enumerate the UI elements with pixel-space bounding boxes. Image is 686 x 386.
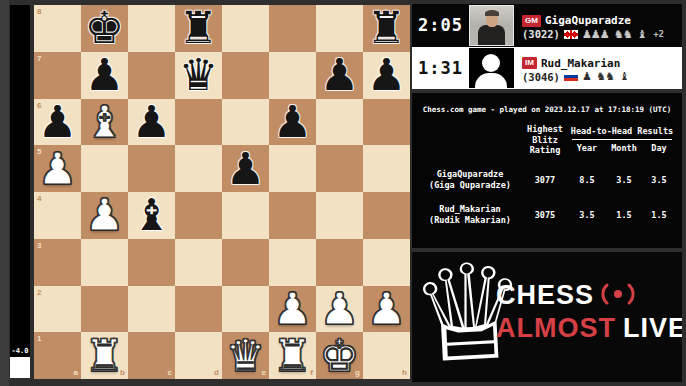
row-realname: (Giga Quparadze) [420, 180, 520, 191]
square-a5[interactable]: 5♟ [34, 145, 81, 192]
square-b8[interactable]: ♚ [81, 5, 128, 52]
square-f2[interactable]: ♟ [269, 286, 316, 333]
square-a2[interactable]: 2 [34, 286, 81, 333]
square-a1[interactable]: 1a [34, 332, 81, 379]
square-a8[interactable]: 8 [34, 5, 81, 52]
h2h-title: Head-to-Head Results [570, 126, 674, 139]
black-player-avatar [469, 5, 514, 46]
square-d8[interactable]: ♜ [175, 5, 222, 52]
eval-black-section: -4.0 [10, 5, 30, 357]
rating-header-line: Rating [520, 145, 570, 156]
black-player-meta: GM GigaQuparadze (3022) ♟♟♟ ♞♞ ♝ +2 [514, 4, 682, 47]
table-row: GigaQuparadze (Giga Quparadze) 3077 8.5 … [420, 169, 674, 191]
eval-white-section [10, 357, 30, 378]
file-label-d: d [214, 368, 219, 377]
black-captured-pieces: ♟♟♟ ♞♞ ♝ [582, 29, 649, 40]
square-d4[interactable] [175, 192, 222, 239]
rank-label-8: 8 [37, 7, 41, 16]
square-d2[interactable] [175, 286, 222, 333]
square-e7[interactable] [222, 52, 269, 99]
square-h4[interactable] [363, 192, 410, 239]
white-player-name: Rud_Makarian [541, 58, 620, 69]
row-month-score: 3.5 [604, 175, 644, 185]
square-g5[interactable] [316, 145, 363, 192]
white-rook[interactable]: ♜ [81, 332, 128, 379]
square-f5[interactable] [269, 145, 316, 192]
russia-flag-icon [564, 72, 578, 81]
white-pawn[interactable]: ♟ [316, 286, 363, 333]
chess-board[interactable]: 8♚♜♜7♟♛♟♟6♟♝♟♟5♟♟4♟♝32♟♟♟1ab♜cde♛f♜g♚h [34, 5, 410, 379]
rating-column-header: Highest Blitz Rating [520, 124, 570, 156]
black-material-advantage: +2 [653, 30, 664, 39]
row-player-name: Rud_Makarian (Rudik Makarian) [420, 204, 520, 226]
square-c3[interactable] [128, 239, 175, 286]
square-c6[interactable]: ♟ [128, 99, 175, 146]
im-title-badge: IM [522, 57, 537, 69]
black-player-name: GigaQuparadze [545, 15, 631, 26]
rating-header-line: Blitz [520, 135, 570, 146]
black-pawn[interactable]: ♟ [363, 52, 410, 99]
logo-word-chess: CHESS [496, 280, 594, 311]
square-g8[interactable] [316, 5, 363, 52]
logo-word-live: LIVE [623, 313, 682, 343]
square-d5[interactable] [175, 145, 222, 192]
square-e4[interactable] [222, 192, 269, 239]
white-clock: 1:31 [412, 47, 469, 90]
evaluation-bar: -4.0 [10, 5, 30, 378]
square-e2[interactable] [222, 286, 269, 333]
square-c1[interactable]: c [128, 332, 175, 379]
file-label-c: c [168, 368, 172, 377]
black-player-rating: (3022) [522, 29, 560, 40]
square-g2[interactable]: ♟ [316, 286, 363, 333]
avatar-body [475, 73, 507, 88]
square-g7[interactable]: ♟ [316, 52, 363, 99]
white-queen[interactable]: ♛ [222, 332, 269, 379]
captured-bishop-icon: ♝ [637, 28, 646, 41]
captured-bishop-icon: ♝ [620, 70, 629, 83]
white-bishop[interactable]: ♝ [81, 99, 128, 146]
row-realname: (Rudik Makarian) [420, 215, 520, 226]
square-f6[interactable]: ♟ [269, 99, 316, 146]
square-f1[interactable]: f♜ [269, 332, 316, 379]
square-f4[interactable] [269, 192, 316, 239]
player-row-white: 1:31 IM Rud_Makarian (3046) [412, 47, 682, 90]
h2h-subcolumns: Year Month Day [570, 143, 674, 153]
square-e6[interactable] [222, 99, 269, 146]
square-a4[interactable]: 4 [34, 192, 81, 239]
rank-label-7: 7 [37, 54, 41, 63]
right-panel: 2:05 GM GigaQuparadze (3022) [412, 0, 682, 386]
row-month-score: 1.5 [604, 210, 644, 220]
square-c2[interactable] [128, 286, 175, 333]
row-day-score: 1.5 [644, 210, 674, 220]
black-clock: 2:05 [412, 4, 469, 47]
square-h7[interactable]: ♟ [363, 52, 410, 99]
photo-suit [478, 25, 505, 45]
square-b1[interactable]: b♜ [81, 332, 128, 379]
square-h2[interactable]: ♟ [363, 286, 410, 333]
white-player-meta: IM Rud_Makarian (3046) ♟ ♞♞ ♝ [514, 47, 682, 90]
black-bishop[interactable]: ♝ [128, 192, 175, 239]
square-f8[interactable] [269, 5, 316, 52]
chess-almost-live-logo: ♕ CHESS ALMOSTLIVE [412, 252, 682, 382]
h2h-underline [572, 139, 672, 140]
square-f7[interactable] [269, 52, 316, 99]
broadcast-screen: -4.0 8♚♜♜7♟♛♟♟6♟♝♟♟5♟♟4♟♝32♟♟♟1ab♜cde♛f♜… [0, 0, 686, 386]
black-rook[interactable]: ♜ [363, 5, 410, 52]
player-photo-avatar [469, 5, 514, 46]
rank-label-3: 3 [37, 241, 41, 250]
square-c7[interactable] [128, 52, 175, 99]
square-d3[interactable] [175, 239, 222, 286]
gm-title-badge: GM [522, 15, 541, 27]
captured-knights-icon: ♞♞ [614, 28, 632, 41]
white-pawn[interactable]: ♟ [269, 286, 316, 333]
black-pawn[interactable]: ♟ [128, 99, 175, 146]
white-captured-pieces: ♟ ♞♞ ♝ [582, 71, 631, 82]
black-pawn[interactable]: ♟ [269, 99, 316, 146]
square-g6[interactable] [316, 99, 363, 146]
black-queen[interactable]: ♛ [175, 52, 222, 99]
white-player-avatar [469, 48, 514, 89]
square-b3[interactable] [81, 239, 128, 286]
square-e1[interactable]: e♛ [222, 332, 269, 379]
square-c5[interactable] [128, 145, 175, 192]
row-rating: 3077 [520, 175, 570, 185]
square-b6[interactable]: ♝ [81, 99, 128, 146]
rank-label-4: 4 [37, 194, 41, 203]
logo-text: CHESS ALMOSTLIVE [496, 280, 682, 344]
white-pawn[interactable]: ♟ [34, 145, 81, 192]
black-pawn[interactable]: ♟ [222, 145, 269, 192]
player-row-black: 2:05 GM GigaQuparadze (3022) [412, 4, 682, 47]
row-day-score: 3.5 [644, 175, 674, 185]
row-username: GigaQuparadze [420, 169, 520, 180]
square-f3[interactable] [269, 239, 316, 286]
white-pawn[interactable]: ♟ [363, 286, 410, 333]
square-e5[interactable]: ♟ [222, 145, 269, 192]
square-b4[interactable]: ♟ [81, 192, 128, 239]
rank-label-2: 2 [37, 288, 41, 297]
day-column-header: Day [644, 143, 674, 153]
black-pawn[interactable]: ♟ [81, 52, 128, 99]
georgia-flag-icon [564, 30, 578, 39]
rating-header-line: Highest [520, 124, 570, 135]
black-rook[interactable]: ♜ [175, 5, 222, 52]
captured-knights-icon: ♞♞ [596, 70, 614, 83]
row-player-name: GigaQuparadze (Giga Quparadze) [420, 169, 520, 191]
white-pawn[interactable]: ♟ [81, 192, 128, 239]
square-a3[interactable]: 3 [34, 239, 81, 286]
square-g1[interactable]: g♚ [316, 332, 363, 379]
black-king[interactable]: ♚ [81, 5, 128, 52]
square-h8[interactable]: ♜ [363, 5, 410, 52]
table-header-row: Highest Blitz Rating Head-to-Head Result… [420, 124, 674, 156]
square-b7[interactable]: ♟ [81, 52, 128, 99]
square-d6[interactable] [175, 99, 222, 146]
square-h6[interactable] [363, 99, 410, 146]
game-info-card: Chess.com game - played on 2023.12.17 at… [412, 93, 682, 248]
square-a7[interactable]: 7 [34, 52, 81, 99]
captured-pawn-icon: ♟ [582, 70, 591, 83]
row-username: Rud_Makarian [420, 204, 520, 215]
square-d7[interactable]: ♛ [175, 52, 222, 99]
row-year-score: 3.5 [570, 210, 604, 220]
white-rook[interactable]: ♜ [269, 332, 316, 379]
file-label-a: a [74, 368, 78, 377]
black-pawn[interactable]: ♟ [316, 52, 363, 99]
square-e3[interactable] [222, 239, 269, 286]
square-b5[interactable] [81, 145, 128, 192]
photo-hair [485, 10, 499, 16]
square-g4[interactable] [316, 192, 363, 239]
square-h3[interactable] [363, 239, 410, 286]
default-avatar-icon [469, 48, 514, 89]
head-to-head-table: Highest Blitz Rating Head-to-Head Result… [420, 124, 674, 226]
h2h-group-header: Head-to-Head Results Year Month Day [570, 126, 674, 153]
square-d1[interactable]: d [175, 332, 222, 379]
eval-score-label: -4.0 [10, 347, 30, 355]
black-pawn[interactable]: ♟ [34, 99, 81, 146]
row-rating: 3075 [520, 210, 570, 220]
avatar-head [482, 54, 500, 72]
rank-label-1: 1 [37, 334, 41, 343]
square-h5[interactable] [363, 145, 410, 192]
white-player-rating: (3046) [522, 72, 560, 83]
square-c8[interactable] [128, 5, 175, 52]
logo-word-almost: ALMOST [496, 313, 616, 343]
square-g3[interactable] [316, 239, 363, 286]
players-card: 2:05 GM GigaQuparadze (3022) [412, 4, 682, 89]
table-row: Rud_Makarian (Rudik Makarian) 3075 3.5 1… [420, 204, 674, 226]
year-column-header: Year [570, 143, 604, 153]
square-c4[interactable]: ♝ [128, 192, 175, 239]
square-b2[interactable] [81, 286, 128, 333]
square-a6[interactable]: 6♟ [34, 99, 81, 146]
month-column-header: Month [604, 143, 644, 153]
left-edge-strip [0, 0, 9, 386]
square-e8[interactable] [222, 5, 269, 52]
broadcast-icon [600, 281, 636, 311]
game-info-title: Chess.com game - played on 2023.12.17 at… [412, 105, 682, 114]
file-label-h: h [402, 368, 407, 377]
square-h1[interactable]: h [363, 332, 410, 379]
row-year-score: 8.5 [570, 175, 604, 185]
white-king[interactable]: ♚ [316, 332, 363, 379]
captured-pawns-icon: ♟♟♟ [582, 28, 609, 41]
